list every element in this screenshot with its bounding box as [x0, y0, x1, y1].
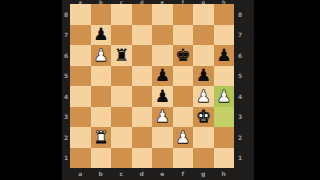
rank-label-6: 6 — [234, 45, 246, 66]
rank-label-1: 1 — [234, 148, 246, 169]
square-h7 — [214, 25, 235, 46]
rank-label-4: 4 — [234, 86, 246, 107]
square-a1 — [70, 148, 91, 169]
square-d4 — [132, 86, 153, 107]
square-f7 — [173, 25, 194, 46]
rank-label-6: 6 — [62, 45, 70, 66]
square-h4: ♟ — [214, 86, 235, 107]
square-f3 — [173, 107, 194, 128]
board-grid: ♟♟♜♚♟♟♟♟♟♟♟♚♜♟ — [70, 4, 234, 168]
square-e1 — [152, 148, 173, 169]
white-rook: ♜ — [91, 127, 112, 148]
square-b2: ♜ — [91, 127, 112, 148]
file-label-e: e — [152, 169, 173, 179]
square-a4 — [70, 86, 91, 107]
black-rook: ♜ — [111, 45, 132, 66]
square-h3 — [214, 107, 235, 128]
square-c2 — [111, 127, 132, 148]
square-f4 — [173, 86, 194, 107]
file-label-g: g — [193, 169, 214, 179]
square-c5 — [111, 66, 132, 87]
square-a5 — [70, 66, 91, 87]
square-f8 — [173, 4, 194, 25]
square-b3 — [91, 107, 112, 128]
file-labels-bottom: abcdefgh — [70, 169, 234, 179]
rank-label-7: 7 — [62, 25, 70, 46]
rank-label-3: 3 — [62, 107, 70, 128]
file-label-d: d — [132, 169, 153, 179]
square-a3 — [70, 107, 91, 128]
square-d2 — [132, 127, 153, 148]
square-c3 — [111, 107, 132, 128]
rank-label-4: 4 — [62, 86, 70, 107]
square-c7 — [111, 25, 132, 46]
black-pawn: ♟ — [152, 86, 173, 107]
square-f2: ♟ — [173, 127, 194, 148]
square-c6: ♜ — [111, 45, 132, 66]
file-label-b: b — [91, 169, 112, 179]
rank-label-5: 5 — [234, 66, 246, 87]
black-pawn: ♟ — [152, 66, 173, 87]
rank-label-1: 1 — [62, 148, 70, 169]
square-e2 — [152, 127, 173, 148]
square-h8 — [214, 4, 235, 25]
video-frame: abcdefgh abcdefgh 87654321 87654321 ♟♟♜♚… — [0, 0, 320, 180]
rank-label-7: 7 — [234, 25, 246, 46]
white-king: ♚ — [193, 107, 214, 128]
square-g5: ♟ — [193, 66, 214, 87]
square-e5: ♟ — [152, 66, 173, 87]
black-pawn: ♟ — [214, 45, 235, 66]
white-pawn: ♟ — [173, 127, 194, 148]
square-e3: ♟ — [152, 107, 173, 128]
square-d1 — [132, 148, 153, 169]
square-d6 — [132, 45, 153, 66]
square-b5 — [91, 66, 112, 87]
square-d7 — [132, 25, 153, 46]
square-a8 — [70, 4, 91, 25]
rank-label-8: 8 — [234, 4, 246, 25]
square-g8 — [193, 4, 214, 25]
chess-board: abcdefgh abcdefgh 87654321 87654321 ♟♟♜♚… — [62, 0, 254, 180]
file-label-h: h — [214, 169, 235, 179]
rank-label-2: 2 — [62, 127, 70, 148]
square-g6 — [193, 45, 214, 66]
square-g2 — [193, 127, 214, 148]
square-d5 — [132, 66, 153, 87]
white-pawn: ♟ — [152, 107, 173, 128]
square-c4 — [111, 86, 132, 107]
square-a2 — [70, 127, 91, 148]
rank-label-5: 5 — [62, 66, 70, 87]
square-c8 — [111, 4, 132, 25]
square-b7: ♟ — [91, 25, 112, 46]
white-pawn: ♟ — [193, 86, 214, 107]
square-e6 — [152, 45, 173, 66]
square-a7 — [70, 25, 91, 46]
square-b1 — [91, 148, 112, 169]
square-b4 — [91, 86, 112, 107]
square-f6: ♚ — [173, 45, 194, 66]
square-h2 — [214, 127, 235, 148]
black-pawn: ♟ — [91, 25, 112, 46]
square-d3 — [132, 107, 153, 128]
square-h1 — [214, 148, 235, 169]
square-g3: ♚ — [193, 107, 214, 128]
rank-label-8: 8 — [62, 4, 70, 25]
rank-label-2: 2 — [234, 127, 246, 148]
square-h6: ♟ — [214, 45, 235, 66]
rank-label-3: 3 — [234, 107, 246, 128]
rank-labels-right: 87654321 — [234, 4, 246, 168]
square-e8 — [152, 4, 173, 25]
square-b8 — [91, 4, 112, 25]
white-pawn: ♟ — [214, 86, 235, 107]
black-pawn: ♟ — [193, 66, 214, 87]
file-label-a: a — [70, 169, 91, 179]
square-a6 — [70, 45, 91, 66]
square-e7 — [152, 25, 173, 46]
square-g1 — [193, 148, 214, 169]
rank-labels-left: 87654321 — [62, 4, 70, 168]
square-h5 — [214, 66, 235, 87]
file-label-f: f — [173, 169, 194, 179]
square-g4: ♟ — [193, 86, 214, 107]
square-e4: ♟ — [152, 86, 173, 107]
square-g7 — [193, 25, 214, 46]
square-c1 — [111, 148, 132, 169]
square-f5 — [173, 66, 194, 87]
square-b6: ♟ — [91, 45, 112, 66]
white-pawn: ♟ — [91, 45, 112, 66]
file-label-c: c — [111, 169, 132, 179]
square-f1 — [173, 148, 194, 169]
square-d8 — [132, 4, 153, 25]
black-king: ♚ — [173, 45, 194, 66]
